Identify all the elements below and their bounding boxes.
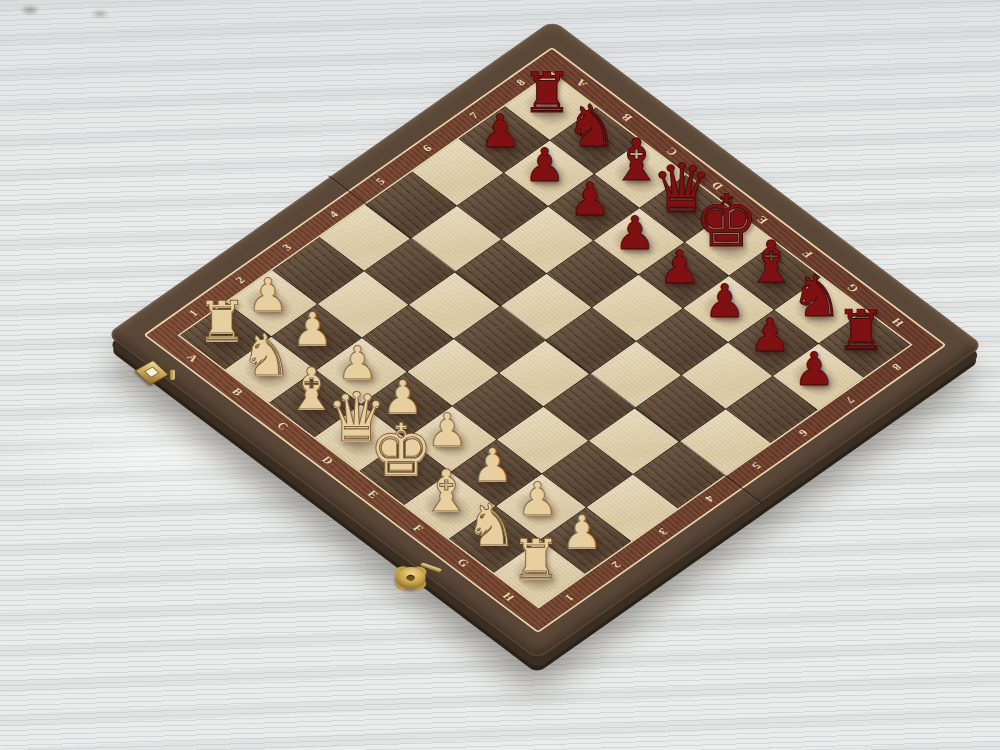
piece-white-rook-h1[interactable]: ♜ [486, 532, 586, 588]
photo-scene: ♜♞♝♛♚♝♞♜♟♟♟♟♟♟♟♟♟♟♟♟♟♟♟♟♜♞♝♛♚♝♞♜ ABCDEFG… [0, 0, 1000, 750]
piece-red-pawn-h7[interactable]: ♟ [765, 345, 865, 391]
